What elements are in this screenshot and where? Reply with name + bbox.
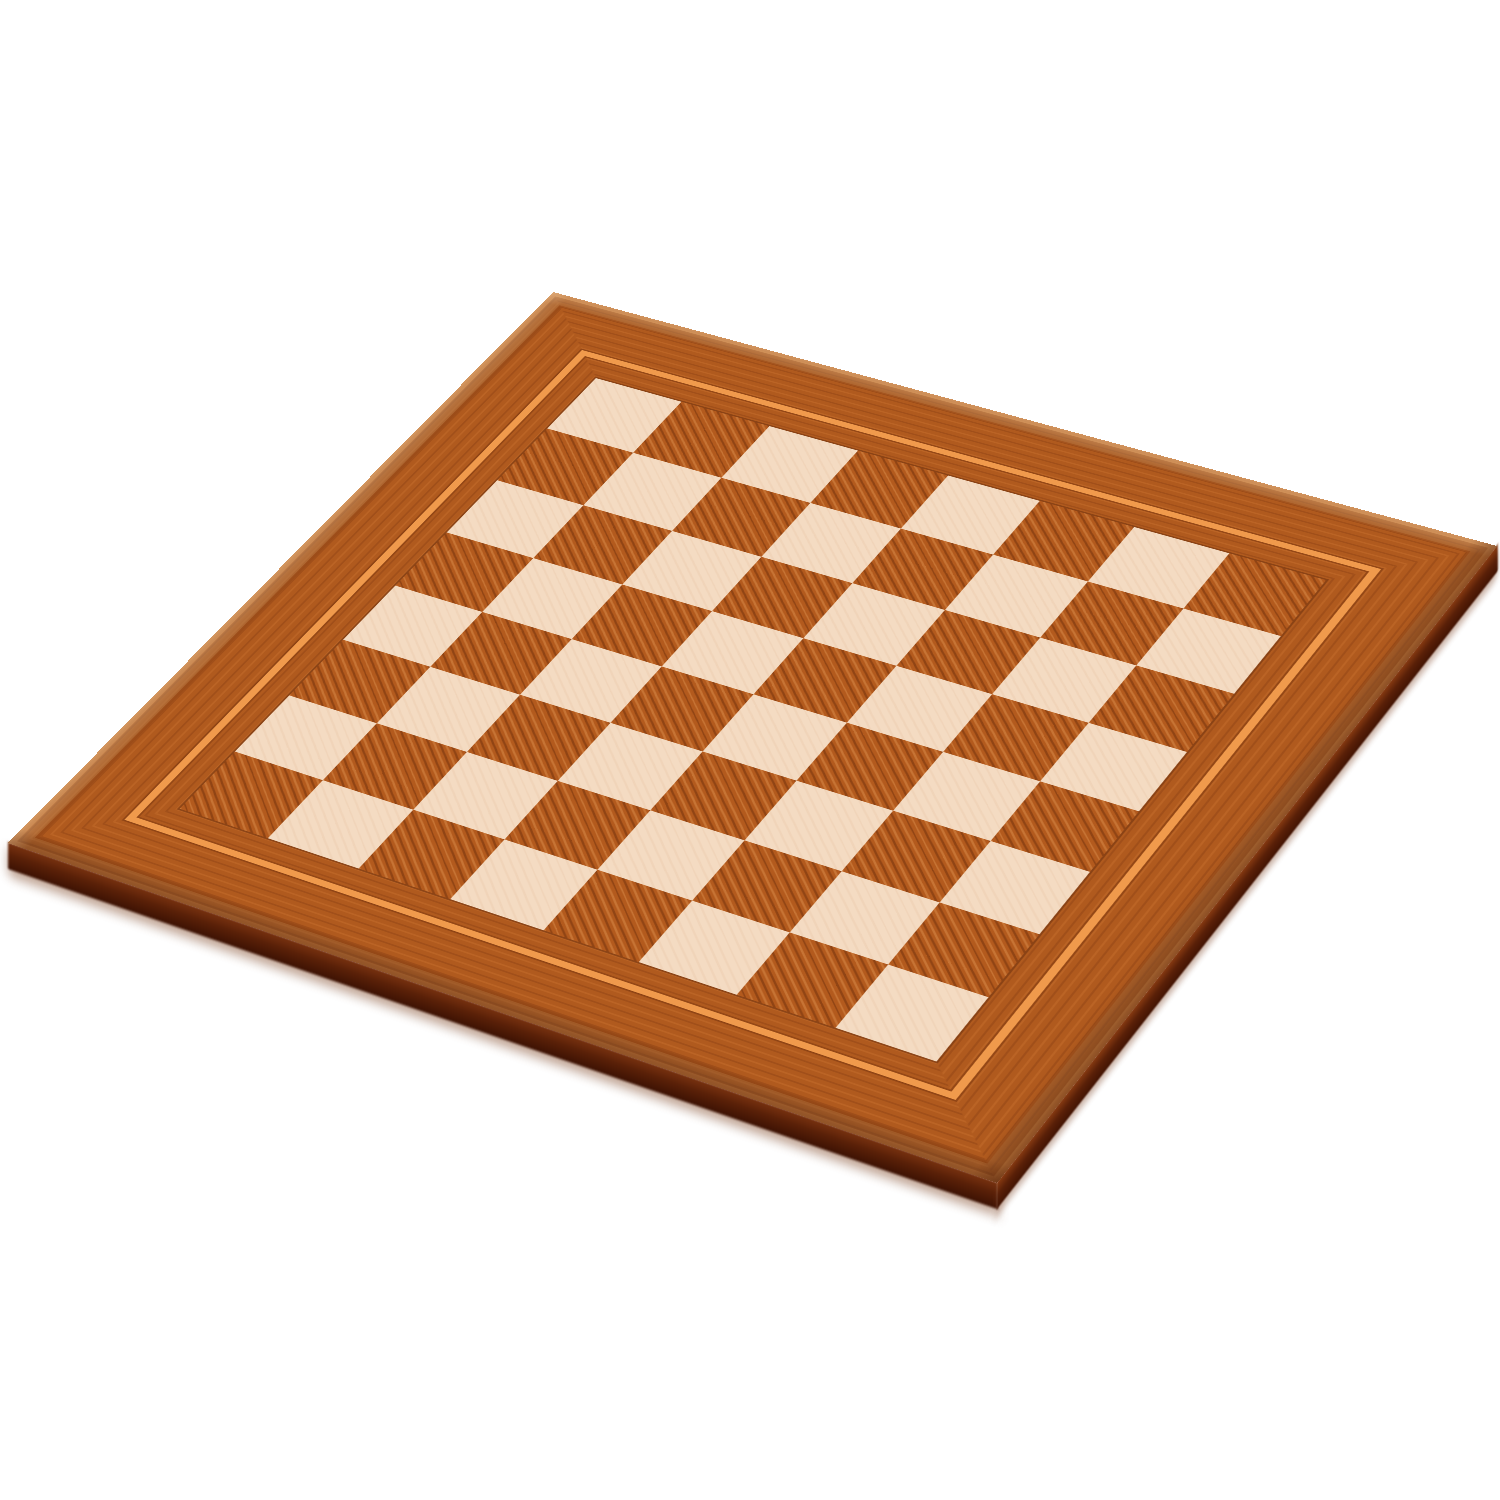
product-photo-stage	[0, 0, 1500, 1500]
chess-board	[8, 292, 1497, 1183]
